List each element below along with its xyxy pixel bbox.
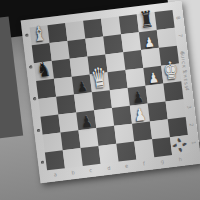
rank-label-2: 2 <box>189 123 194 127</box>
rank-label-4: 4 <box>184 87 189 91</box>
rank-label-8: 8 <box>175 16 180 20</box>
piece-black-knight-a6: ♞ <box>36 59 52 81</box>
chess-board: ♝♜♟♞♟♛♟♚♟♟♟ QUICK CHESS 87654321abcdefgh… <box>21 1 200 184</box>
pieces-layer: ♝♜♟♞♟♛♟♚♟♟♟ <box>30 10 190 170</box>
logo-knight-glyph: ♞ <box>171 143 178 149</box>
file-label-d: d <box>107 166 111 171</box>
file-label-a: a <box>53 172 57 177</box>
piece-white-pawn-g5: ♟ <box>148 70 159 85</box>
piece-white-pawn-f3: ♟ <box>133 105 147 123</box>
grommet-icon <box>33 97 36 100</box>
logo-knight-glyph: ♞ <box>177 147 183 154</box>
file-label-c: c <box>89 168 92 173</box>
photo-scene: ♝♜♟♞♟♛♟♚♟♟♟ QUICK CHESS 87654321abcdefgh… <box>0 0 200 200</box>
piece-black-pawn-c3: ♟ <box>80 113 93 130</box>
rank-label-7: 7 <box>178 34 183 38</box>
piece-black-rook-g8: ♜ <box>138 8 154 32</box>
file-label-b: b <box>71 170 75 175</box>
piece-black-pawn-f4: ♟ <box>132 89 145 106</box>
grommet-icon <box>40 161 43 164</box>
file-label-h: h <box>178 157 182 162</box>
file-label-g: g <box>161 159 165 164</box>
piece-white-bishop-a8: ♝ <box>32 23 48 45</box>
rank-label-6: 6 <box>180 52 185 56</box>
grommet-icon <box>29 65 32 68</box>
rank-label-5: 5 <box>182 69 187 73</box>
piece-white-queen-d5: ♛ <box>90 63 108 92</box>
rank-label-1: 1 <box>191 141 196 145</box>
grommet-icon <box>25 34 28 37</box>
piece-white-king-h5: ♚ <box>162 58 179 84</box>
file-label-e: e <box>125 163 129 168</box>
grommet-icon <box>36 129 39 132</box>
rank-label-3: 3 <box>186 105 191 109</box>
piece-black-pawn-c5: ♟ <box>76 79 87 94</box>
piece-white-pawn-g7: ♟ <box>144 35 155 49</box>
file-label-f: f <box>143 161 145 166</box>
